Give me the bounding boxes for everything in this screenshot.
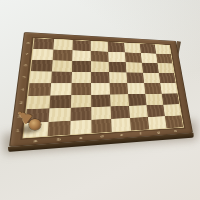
board-grid	[24, 38, 183, 137]
square-g7	[141, 53, 158, 63]
scene: abcdefgh 87654321 ♟	[0, 0, 200, 200]
square-c1	[70, 120, 91, 135]
square-f1	[130, 117, 149, 131]
square-e4	[110, 83, 129, 94]
square-e5	[109, 72, 127, 83]
square-e2	[111, 106, 130, 119]
square-h4	[160, 83, 177, 94]
square-h7	[156, 54, 172, 64]
square-h6	[157, 63, 174, 73]
square-g4	[144, 83, 162, 94]
square-e6	[109, 62, 127, 73]
square-b7	[53, 50, 73, 61]
file-mark-d: d	[92, 134, 112, 139]
square-g1	[148, 116, 167, 129]
square-c6	[72, 61, 91, 72]
square-e7	[108, 52, 125, 63]
square-c3	[71, 95, 91, 108]
square-a7	[32, 49, 53, 61]
square-d7	[91, 51, 109, 62]
square-a6	[31, 60, 53, 72]
file-mark-a: a	[23, 138, 47, 144]
square-h1	[165, 115, 183, 128]
square-d4	[91, 83, 110, 95]
square-d6	[91, 61, 109, 72]
white-pawn-fallen-a1: ♟	[17, 109, 45, 137]
file-mark-f: f	[131, 131, 150, 136]
square-b3	[49, 95, 71, 108]
square-c2	[71, 107, 92, 121]
file-mark-c: c	[70, 135, 92, 140]
pawn-base	[29, 119, 41, 130]
square-b8	[53, 39, 72, 50]
square-b6	[52, 60, 72, 71]
rank-mark-5: 5	[22, 71, 27, 83]
square-d5	[91, 72, 110, 83]
square-d2	[91, 106, 111, 119]
square-a3	[27, 96, 51, 110]
square-d1	[91, 119, 111, 133]
square-f5	[126, 72, 144, 83]
square-f2	[129, 105, 148, 118]
square-e3	[110, 94, 129, 106]
square-h3	[162, 93, 180, 104]
square-c8	[72, 40, 90, 51]
square-h5	[159, 73, 176, 83]
rank-mark-6: 6	[23, 60, 28, 72]
square-f7	[125, 52, 142, 62]
square-b4	[50, 83, 71, 95]
square-e1	[111, 118, 131, 132]
square-b2	[49, 108, 71, 122]
rank-mark-8: 8	[26, 38, 30, 49]
square-c4	[71, 83, 91, 95]
file-mark-b: b	[47, 137, 70, 143]
square-a8	[33, 38, 54, 49]
square-a4	[28, 83, 51, 96]
square-d3	[91, 95, 110, 108]
square-c7	[72, 50, 91, 61]
file-mark-h: h	[167, 129, 184, 134]
square-g2	[147, 105, 165, 117]
square-f4	[127, 83, 145, 94]
square-g5	[143, 73, 160, 83]
square-h2	[163, 104, 181, 116]
square-g6	[142, 63, 159, 73]
file-mark-g: g	[149, 130, 167, 135]
square-b1	[48, 121, 71, 136]
rank-mark-7: 7	[25, 48, 30, 59]
file-mark-e: e	[112, 132, 132, 137]
square-g3	[145, 94, 163, 106]
square-f3	[128, 94, 146, 106]
square-b5	[51, 72, 72, 84]
rank-mark-4: 4	[20, 83, 25, 96]
square-a5	[30, 71, 52, 83]
square-d8	[91, 41, 109, 52]
square-c5	[72, 72, 91, 83]
square-f6	[126, 62, 143, 72]
